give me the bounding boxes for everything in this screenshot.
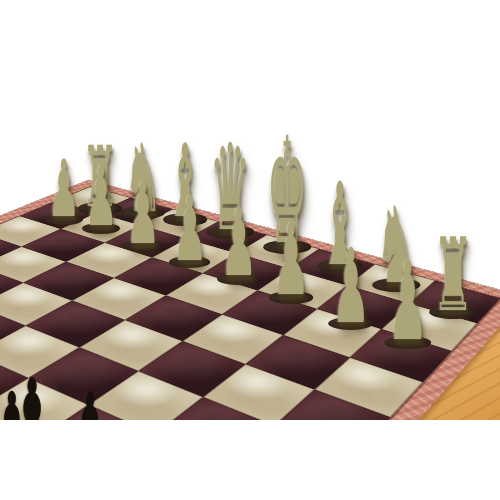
piece-green-pawn-g7: ♟ [332,293,371,327]
photo-area: ♜♞♝♛♚♝♞♜♟♟♟♟♟♟♟♟♟♟♟ [0,0,500,420]
pawn-glyph: ♟ [388,258,428,346]
piece-green-pawn-h7: ♟ [388,310,428,346]
piece-green-pawn-f7: ♟ [272,267,310,301]
pawn-glyph: ♟ [332,244,371,327]
pawn-glyph: ♟ [173,193,208,265]
piece-green-pawn-a7: ♟ [48,193,80,222]
pawn-glyph: ♟ [0,390,34,420]
piece-green-pawn-d7: ♟ [173,234,208,265]
pawn-glyph: ♟ [221,207,258,282]
product-photo-chess-set: ♜♞♝♛♚♝♞♜♟♟♟♟♟♟♟♟♟♟♟ [0,0,500,500]
piece-green-rook-h8: ♜ [432,279,473,316]
pawn-glyph: ♟ [272,222,310,301]
pawn-glyph: ♟ [84,166,117,231]
pawn-glyph: ♟ [66,390,114,420]
piece-green-pawn-e7: ♟ [221,249,258,282]
piece-green-pawn-b7: ♟ [84,201,117,231]
pawn-glyph: ♟ [48,159,80,222]
rook-glyph: ♜ [432,235,473,316]
piece-green-pawn-c7: ♟ [126,218,160,248]
pawn-glyph: ♟ [126,180,160,248]
